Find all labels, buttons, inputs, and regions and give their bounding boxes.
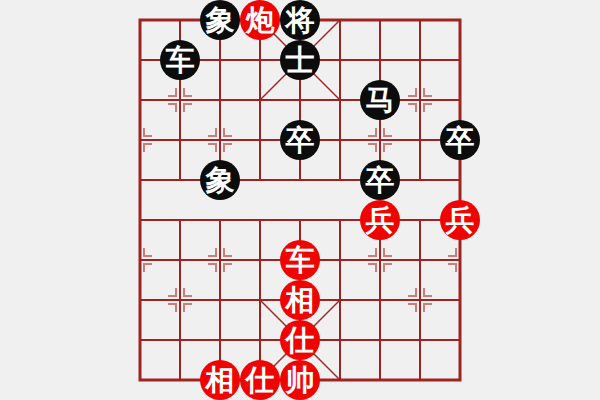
piece-red-pawn[interactable]: 兵	[440, 200, 480, 240]
piece-black-elephant[interactable]: 象	[200, 0, 240, 40]
piece-black-pawn[interactable]: 卒	[360, 160, 400, 200]
piece-black-elephant[interactable]: 象	[200, 160, 240, 200]
piece-black-horse[interactable]: 马	[360, 80, 400, 120]
piece-black-pawn[interactable]: 卒	[440, 120, 480, 160]
piece-red-advisor[interactable]: 仕	[240, 360, 280, 400]
piece-black-advisor[interactable]: 士	[280, 40, 320, 80]
piece-red-cannon[interactable]: 炮	[240, 0, 280, 40]
piece-black-general[interactable]: 将	[280, 0, 320, 40]
piece-red-elephant[interactable]: 相	[280, 280, 320, 320]
piece-red-advisor[interactable]: 仕	[280, 320, 320, 360]
piece-black-chariot[interactable]: 车	[160, 40, 200, 80]
xiangqi-screenshot: 象炮将车士马卒卒象卒兵兵车相仕相仕帅	[0, 0, 600, 400]
piece-red-chariot[interactable]: 车	[280, 240, 320, 280]
piece-red-elephant[interactable]: 相	[200, 360, 240, 400]
pieces-layer: 象炮将车士马卒卒象卒兵兵车相仕相仕帅	[120, 0, 480, 400]
piece-red-pawn[interactable]: 兵	[360, 200, 400, 240]
piece-red-general[interactable]: 帅	[280, 360, 320, 400]
piece-black-pawn[interactable]: 卒	[280, 120, 320, 160]
